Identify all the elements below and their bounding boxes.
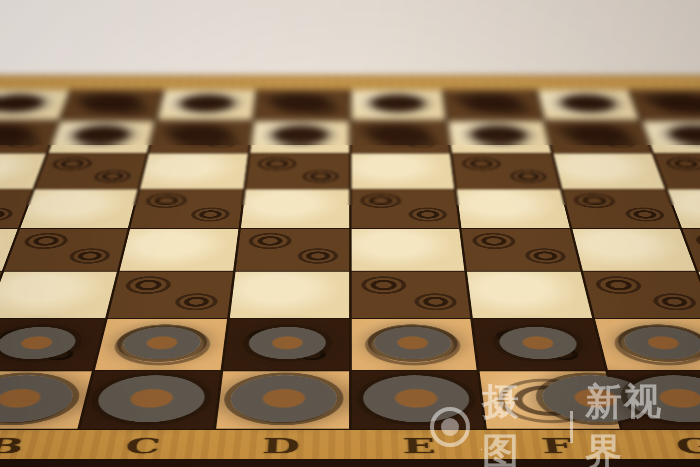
square-f3 <box>467 272 592 318</box>
square-b6 <box>35 154 147 189</box>
square-f4 <box>462 229 581 271</box>
square-g3 <box>583 272 700 318</box>
square-g2 <box>595 319 700 370</box>
square-g5 <box>562 189 680 227</box>
square-e3 <box>351 272 470 318</box>
square-c4 <box>120 229 239 271</box>
square-b4 <box>4 229 128 271</box>
square-f6 <box>452 154 560 189</box>
watermark-brand-right: 新视界 <box>585 377 700 467</box>
square-f7 <box>448 121 551 153</box>
square-d1 <box>216 372 349 429</box>
square-d5 <box>241 189 349 227</box>
square-e6 <box>351 154 454 189</box>
file-label-c: C <box>70 430 214 462</box>
square-g7 <box>545 121 652 153</box>
square-g4 <box>572 229 696 271</box>
watermark-brand-left: 摄图 <box>482 377 558 467</box>
square-c5 <box>131 189 244 227</box>
square-f5 <box>457 189 570 227</box>
file-label-d: D <box>210 430 350 462</box>
square-f2 <box>473 319 605 370</box>
square-c3 <box>108 272 233 318</box>
square-b7 <box>48 121 155 153</box>
watermark-separator <box>570 411 573 443</box>
square-c1 <box>81 372 221 429</box>
square-e4 <box>351 229 464 271</box>
square-c7 <box>149 121 252 153</box>
square-e8 <box>351 90 446 120</box>
square-b8 <box>60 90 162 120</box>
square-d2 <box>223 319 348 370</box>
square-b3 <box>0 272 117 318</box>
square-c2 <box>95 319 227 370</box>
square-e2 <box>351 319 476 370</box>
square-c6 <box>140 154 248 189</box>
camera-lens-icon <box>430 407 470 447</box>
square-h8 <box>630 90 700 120</box>
square-g6 <box>553 154 665 189</box>
square-d8 <box>254 90 349 120</box>
square-d4 <box>236 229 349 271</box>
square-e5 <box>351 189 459 227</box>
file-label-b: B <box>0 430 78 462</box>
square-d3 <box>230 272 349 318</box>
photo-chess-scene: ABCDEFGH ♜♞♝♛♚♝♞♜♟♟♟♟♟♟♟♟♟♟♟♟♟♟♟♟♜♞♝♛♚♝♞… <box>0 0 700 467</box>
square-b2 <box>0 319 105 370</box>
square-e7 <box>351 121 450 153</box>
square-b1 <box>0 372 92 429</box>
square-a8 <box>0 90 70 120</box>
square-b5 <box>20 189 138 227</box>
watermark: 摄图 新视界 <box>430 404 700 450</box>
square-f8 <box>444 90 543 120</box>
square-d6 <box>246 154 349 189</box>
square-c8 <box>157 90 256 120</box>
square-g8 <box>537 90 639 120</box>
square-d7 <box>250 121 349 153</box>
